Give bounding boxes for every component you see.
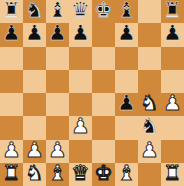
- square-a2[interactable]: ♟: [0, 140, 23, 163]
- square-d7[interactable]: ♟: [69, 23, 92, 46]
- square-h2[interactable]: [161, 140, 184, 163]
- square-c5[interactable]: [46, 70, 69, 93]
- piece-white-rook-h1[interactable]: ♜: [163, 163, 182, 184]
- piece-white-pawn-d3[interactable]: ♟: [71, 116, 90, 137]
- square-a3[interactable]: [0, 116, 23, 139]
- square-c6[interactable]: [46, 47, 69, 70]
- square-h8[interactable]: ♜: [161, 0, 184, 23]
- piece-black-pawn-f7[interactable]: ♟: [117, 23, 136, 44]
- square-g8[interactable]: [138, 0, 161, 23]
- square-c2[interactable]: ♟: [46, 140, 69, 163]
- chess-board: ♜♞♝♛♚♝♜♟♟♟♟♟♟♟♞♟♟♞♟♟♟♟♜♞♝♛♚♝♜: [0, 0, 184, 186]
- piece-white-bishop-c1[interactable]: ♝: [48, 163, 67, 184]
- square-h7[interactable]: ♟: [161, 23, 184, 46]
- square-b1[interactable]: ♞: [23, 163, 46, 186]
- square-e7[interactable]: [92, 23, 115, 46]
- square-b4[interactable]: [23, 93, 46, 116]
- square-c7[interactable]: ♟: [46, 23, 69, 46]
- piece-black-queen-d8[interactable]: ♛: [71, 0, 90, 21]
- square-d3[interactable]: ♟: [69, 116, 92, 139]
- square-a7[interactable]: ♟: [0, 23, 23, 46]
- piece-black-king-e8[interactable]: ♚: [94, 0, 113, 21]
- square-e8[interactable]: ♚: [92, 0, 115, 23]
- square-e4[interactable]: [92, 93, 115, 116]
- square-d8[interactable]: ♛: [69, 0, 92, 23]
- square-d5[interactable]: [69, 70, 92, 93]
- piece-black-rook-h8[interactable]: ♜: [163, 0, 182, 21]
- square-e3[interactable]: [92, 116, 115, 139]
- square-a6[interactable]: [0, 47, 23, 70]
- square-g6[interactable]: [138, 47, 161, 70]
- square-c3[interactable]: [46, 116, 69, 139]
- square-c4[interactable]: [46, 93, 69, 116]
- square-b2[interactable]: ♟: [23, 140, 46, 163]
- piece-white-pawn-b2[interactable]: ♟: [25, 140, 44, 161]
- piece-black-pawn-c7[interactable]: ♟: [48, 23, 67, 44]
- square-h3[interactable]: [161, 116, 184, 139]
- square-c1[interactable]: ♝: [46, 163, 69, 186]
- piece-black-pawn-a7[interactable]: ♟: [2, 23, 21, 44]
- square-a1[interactable]: ♜: [0, 163, 23, 186]
- square-f8[interactable]: ♝: [115, 0, 138, 23]
- piece-white-pawn-c2[interactable]: ♟: [48, 140, 67, 161]
- square-g5[interactable]: [138, 70, 161, 93]
- piece-black-pawn-b7[interactable]: ♟: [25, 23, 44, 44]
- piece-black-bishop-f8[interactable]: ♝: [117, 0, 136, 21]
- square-g7[interactable]: [138, 23, 161, 46]
- square-d2[interactable]: [69, 140, 92, 163]
- square-d6[interactable]: [69, 47, 92, 70]
- square-b6[interactable]: [23, 47, 46, 70]
- square-a4[interactable]: [0, 93, 23, 116]
- square-a8[interactable]: ♜: [0, 0, 23, 23]
- piece-white-pawn-a2[interactable]: ♟: [2, 140, 21, 161]
- square-f5[interactable]: [115, 70, 138, 93]
- square-f6[interactable]: [115, 47, 138, 70]
- square-f1[interactable]: ♝: [115, 163, 138, 186]
- square-b7[interactable]: ♟: [23, 23, 46, 46]
- square-g1[interactable]: [138, 163, 161, 186]
- chess-board-window: ♜♞♝♛♚♝♜♟♟♟♟♟♟♟♞♟♟♞♟♟♟♟♜♞♝♛♚♝♜: [0, 0, 184, 186]
- square-g4[interactable]: ♞: [138, 93, 161, 116]
- piece-white-king-e1[interactable]: ♚: [94, 163, 113, 184]
- piece-black-bishop-c8[interactable]: ♝: [48, 0, 67, 21]
- square-f3[interactable]: [115, 116, 138, 139]
- square-d1[interactable]: ♛: [69, 163, 92, 186]
- piece-white-knight-g4[interactable]: ♞: [140, 93, 159, 114]
- square-h5[interactable]: [161, 70, 184, 93]
- piece-black-pawn-h7[interactable]: ♟: [163, 23, 182, 44]
- square-e6[interactable]: [92, 47, 115, 70]
- piece-white-knight-b1[interactable]: ♞: [25, 163, 44, 184]
- square-b5[interactable]: [23, 70, 46, 93]
- piece-black-pawn-d7[interactable]: ♟: [71, 23, 90, 44]
- square-b8[interactable]: ♞: [23, 0, 46, 23]
- piece-white-bishop-f1[interactable]: ♝: [117, 163, 136, 184]
- piece-white-rook-a1[interactable]: ♜: [2, 163, 21, 184]
- piece-white-pawn-g2[interactable]: ♟: [140, 140, 159, 161]
- square-g2[interactable]: ♟: [138, 140, 161, 163]
- square-f4[interactable]: ♟: [115, 93, 138, 116]
- square-e1[interactable]: ♚: [92, 163, 115, 186]
- square-e5[interactable]: [92, 70, 115, 93]
- square-f2[interactable]: [115, 140, 138, 163]
- square-b3[interactable]: [23, 116, 46, 139]
- square-h6[interactable]: [161, 47, 184, 70]
- piece-black-rook-a8[interactable]: ♜: [2, 0, 21, 21]
- piece-white-queen-d1[interactable]: ♛: [71, 163, 90, 184]
- piece-white-pawn-h4[interactable]: ♟: [163, 93, 182, 114]
- square-g3[interactable]: ♞: [138, 116, 161, 139]
- square-a5[interactable]: [0, 70, 23, 93]
- square-e2[interactable]: [92, 140, 115, 163]
- square-h1[interactable]: ♜: [161, 163, 184, 186]
- square-h4[interactable]: ♟: [161, 93, 184, 116]
- piece-black-pawn-f4[interactable]: ♟: [117, 93, 136, 114]
- square-c8[interactable]: ♝: [46, 0, 69, 23]
- square-d4[interactable]: [69, 93, 92, 116]
- piece-black-knight-g3[interactable]: ♞: [140, 116, 159, 137]
- square-f7[interactable]: ♟: [115, 23, 138, 46]
- piece-black-knight-b8[interactable]: ♞: [25, 0, 44, 21]
